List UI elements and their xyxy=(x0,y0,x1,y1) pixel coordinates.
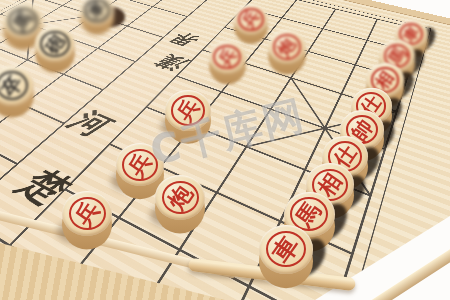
piece-character: 兵 xyxy=(71,197,103,229)
black-chariot-piece[interactable]: 車 xyxy=(80,0,114,29)
piece-character: 兵 xyxy=(240,8,262,30)
piece-top-face: 兵 xyxy=(165,90,211,131)
black-cannon-piece[interactable]: 砲 xyxy=(35,26,75,66)
piece-ring: 兵 xyxy=(171,95,205,126)
piece-character: 兵 xyxy=(215,45,239,69)
piece-character: 車 xyxy=(269,232,304,267)
piece-character: 車 xyxy=(86,0,108,21)
piece-character: 炮 xyxy=(275,35,299,59)
piece-character: 砲 xyxy=(42,31,67,56)
red-soldier-piece[interactable]: 兵 xyxy=(209,41,246,78)
piece-ring: 炮 xyxy=(273,34,301,59)
red-cannon-piece[interactable]: 炮 xyxy=(268,30,306,68)
piece-ring: 兵 xyxy=(213,45,240,70)
piece-character: 卒 xyxy=(0,72,26,100)
piece-top-face: 砲 xyxy=(35,26,75,62)
piece-ring: 卒 xyxy=(0,71,28,100)
piece-top-face: 兵 xyxy=(234,4,268,35)
piece-top-face: 車 xyxy=(259,225,313,274)
piece-character: 馬 xyxy=(10,8,35,33)
piece-ring: 兵 xyxy=(238,8,263,31)
red-cannon-piece[interactable]: 炮 xyxy=(155,175,205,225)
xiangqi-photo-scene: 楚河漢界 車兵馬車砲炮馬兵相卒仕兵帥仕兵相炮兵馬車 C千库网 xyxy=(0,0,450,300)
red-soldier-piece[interactable]: 兵 xyxy=(62,191,112,241)
piece-ring: 砲 xyxy=(40,31,70,58)
piece-ring: 炮 xyxy=(162,181,199,214)
piece-character: 兵 xyxy=(125,149,156,180)
red-soldier-piece[interactable]: 兵 xyxy=(165,90,211,136)
red-soldier-piece[interactable]: 兵 xyxy=(234,4,268,38)
red-chariot-piece[interactable]: 車 xyxy=(259,225,313,279)
piece-ring: 兵 xyxy=(122,149,158,181)
piece-top-face: 炮 xyxy=(268,30,306,64)
piece-ring: 馬 xyxy=(8,8,38,35)
piece-top-face: 兵 xyxy=(209,41,246,74)
piece-character: 兵 xyxy=(173,96,202,125)
piece-ring: 車 xyxy=(266,231,306,267)
piece-top-face: 炮 xyxy=(155,175,205,220)
black-soldier-piece[interactable]: 卒 xyxy=(0,66,34,110)
piece-top-face: 兵 xyxy=(62,191,112,236)
piece-ring: 車 xyxy=(84,0,109,22)
piece-character: 炮 xyxy=(164,181,196,213)
piece-ring: 兵 xyxy=(69,197,106,230)
